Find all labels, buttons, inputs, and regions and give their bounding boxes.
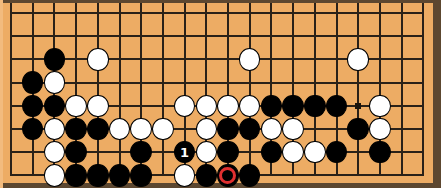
white-stone <box>282 118 304 141</box>
black-stone <box>65 118 87 141</box>
white-stone <box>196 95 218 118</box>
black-stone <box>239 118 261 141</box>
black-stone <box>65 164 87 187</box>
black-stone <box>326 95 348 118</box>
go-board: 1 <box>3 3 433 183</box>
black-stone <box>261 95 283 118</box>
white-stone <box>87 48 109 71</box>
white-stone <box>65 95 87 118</box>
black-stone <box>130 141 152 164</box>
white-stone <box>109 118 131 141</box>
white-stone <box>44 71 66 94</box>
white-stone <box>174 95 196 118</box>
black-stone <box>347 118 369 141</box>
black-stone <box>44 48 66 71</box>
black-stone <box>87 164 109 187</box>
circled-black-stone <box>217 164 239 187</box>
white-stone <box>196 118 218 141</box>
white-stone <box>369 95 391 118</box>
white-stone <box>282 141 304 164</box>
white-stone <box>44 164 66 187</box>
black-stone <box>44 95 66 118</box>
black-stone <box>65 141 87 164</box>
star-point <box>355 103 361 109</box>
grid-line-horizontal <box>10 12 424 14</box>
white-stone <box>196 141 218 164</box>
black-stone <box>22 118 44 141</box>
black-stone <box>369 141 391 164</box>
white-stone <box>304 141 326 164</box>
black-stone <box>22 95 44 118</box>
white-stone <box>217 95 239 118</box>
white-stone <box>87 95 109 118</box>
black-stone <box>22 71 44 94</box>
white-stone <box>239 48 261 71</box>
white-stone <box>44 141 66 164</box>
black-stone <box>109 164 131 187</box>
white-stone <box>261 118 283 141</box>
black-stone <box>217 118 239 141</box>
white-stone <box>44 118 66 141</box>
grid-line-horizontal <box>10 35 424 37</box>
white-stone <box>152 118 174 141</box>
white-stone <box>347 48 369 71</box>
numbered-black-stone: 1 <box>174 141 196 164</box>
grid-line-horizontal <box>10 82 424 84</box>
black-stone <box>261 141 283 164</box>
white-stone <box>239 95 261 118</box>
black-stone <box>217 141 239 164</box>
black-stone <box>304 95 326 118</box>
black-stone <box>239 164 261 187</box>
white-stone <box>130 118 152 141</box>
black-stone <box>282 95 304 118</box>
white-stone <box>369 118 391 141</box>
white-stone <box>174 164 196 187</box>
move-number-label: 1 <box>180 146 189 159</box>
black-stone <box>130 164 152 187</box>
go-diagram: 1 <box>0 0 441 188</box>
black-stone <box>326 141 348 164</box>
black-stone <box>87 118 109 141</box>
circle-marker <box>219 167 236 184</box>
black-stone <box>196 164 218 187</box>
